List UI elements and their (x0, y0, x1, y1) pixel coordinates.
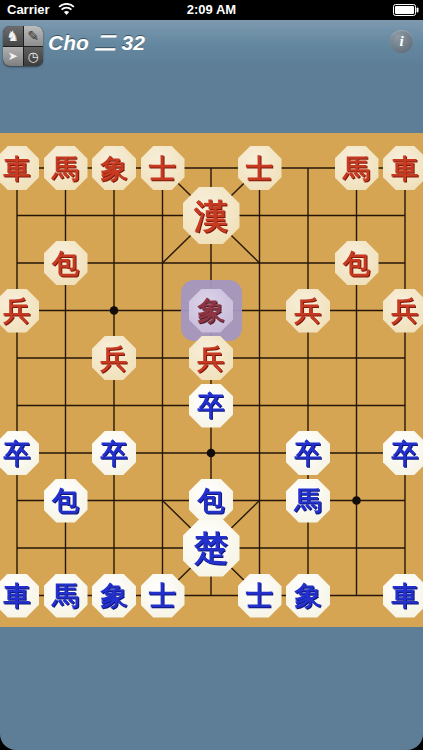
knight-icon: ♞ (3, 26, 23, 46)
piece-blue-guard-d10[interactable]: 士 (141, 574, 185, 618)
page-title: Cho 二 32 (48, 29, 145, 57)
piece-blue-elephant-c10[interactable]: 象 (92, 574, 136, 618)
info-button[interactable]: i (390, 30, 413, 53)
piece-red-soldier-a4[interactable]: 兵 (0, 289, 39, 333)
app-screen: Carrier 2:09 AM ♞ ✎ ➤ ◷ Cho 二 32 i 車馬象士士… (0, 0, 423, 750)
navigation-bar: ♞ ✎ ➤ ◷ Cho 二 32 i (0, 20, 423, 133)
status-bar: Carrier 2:09 AM (0, 0, 423, 20)
rocket-icon: ➤ (3, 47, 23, 67)
piece-blue-cannon-e8[interactable]: 包 (189, 479, 233, 523)
piece-blue-king-e9[interactable]: 楚 (183, 520, 240, 577)
piece-red-cannon-b3[interactable]: 包 (44, 241, 88, 285)
piece-red-soldier-g4[interactable]: 兵 (286, 289, 330, 333)
piece-red-chariot-a1[interactable]: 車 (0, 146, 39, 190)
piece-red-soldier-e5[interactable]: 兵 (189, 336, 233, 380)
clock: 2:09 AM (0, 2, 423, 17)
piece-blue-soldier-i7[interactable]: 卒 (383, 431, 423, 475)
piece-blue-horse-b10[interactable]: 馬 (44, 574, 88, 618)
piece-red-soldier-i4[interactable]: 兵 (383, 289, 423, 333)
piece-red-guard-f1[interactable]: 士 (238, 146, 282, 190)
piece-blue-cannon-b8[interactable]: 包 (44, 479, 88, 523)
piece-blue-horse-g8[interactable]: 馬 (286, 479, 330, 523)
pencil-icon: ✎ (24, 26, 44, 46)
app-menu-button[interactable]: ♞ ✎ ➤ ◷ (3, 26, 43, 66)
info-icon: i (399, 33, 403, 50)
piece-blue-guard-f10[interactable]: 士 (238, 574, 282, 618)
piece-red-elephant-e4[interactable]: 象 (189, 289, 233, 333)
piece-red-soldier-c5[interactable]: 兵 (92, 336, 136, 380)
stopwatch-icon: ◷ (24, 47, 44, 67)
piece-blue-soldier-e6[interactable]: 卒 (189, 384, 233, 428)
piece-red-king-e2[interactable]: 漢 (183, 187, 240, 244)
piece-red-chariot-i1[interactable]: 車 (383, 146, 423, 190)
piece-blue-elephant-g10[interactable]: 象 (286, 574, 330, 618)
battery-icon (393, 4, 419, 16)
piece-red-guard-d1[interactable]: 士 (141, 146, 185, 190)
board-grid: 車馬象士士馬車漢包包兵象兵兵兵兵卒卒卒卒卒包包馬楚車馬象士士象車 (0, 144, 423, 619)
piece-red-horse-h1[interactable]: 馬 (335, 146, 379, 190)
janggi-board[interactable]: 車馬象士士馬車漢包包兵象兵兵兵兵卒卒卒卒卒包包馬楚車馬象士士象車 (0, 133, 423, 627)
piece-blue-chariot-i10[interactable]: 車 (383, 574, 423, 618)
piece-red-cannon-h3[interactable]: 包 (335, 241, 379, 285)
piece-blue-chariot-a10[interactable]: 車 (0, 574, 39, 618)
piece-blue-soldier-g7[interactable]: 卒 (286, 431, 330, 475)
piece-red-horse-b1[interactable]: 馬 (44, 146, 88, 190)
piece-red-elephant-c1[interactable]: 象 (92, 146, 136, 190)
piece-blue-soldier-c7[interactable]: 卒 (92, 431, 136, 475)
piece-blue-soldier-a7[interactable]: 卒 (0, 431, 39, 475)
